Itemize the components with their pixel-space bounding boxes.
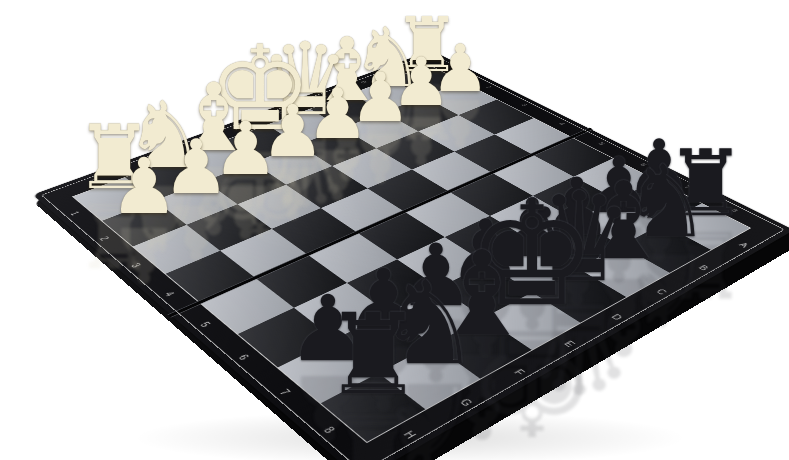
rank-label-right-5: 5 [597,141,607,146]
rank-label-right-6: 6 [638,162,648,167]
file-label-bottom-g: G [457,398,474,409]
rank-label-right-4: 4 [557,122,566,126]
file-label-bottom-e: E [562,340,577,349]
rank-label-left-4: 4 [162,291,176,298]
board-frame: HHGGFFEEDDCCBBAA1122334455667788 [33,51,789,460]
file-label-top-g: G [137,160,149,166]
file-label-bottom-d: D [609,313,624,322]
rank-label-right-7: 7 [683,184,693,189]
file-label-top-a: A [398,66,407,70]
file-label-top-c: C [318,95,328,99]
file-label-top-f: F [186,143,197,148]
rank-label-right-1: 1 [450,68,459,72]
file-label-bottom-h: H [401,430,418,441]
file-label-top-h: H [87,178,99,184]
photo-background: { "game": "chess", "scene": "Angled prod… [0,0,789,460]
file-label-top-d: D [276,110,286,115]
rank-label-right-3: 3 [520,103,529,107]
rank-label-left-1: 1 [68,211,81,217]
rank-label-left-8: 8 [321,426,336,436]
chess-scene: HHGGFFEEDDCCBBAA1122334455667788 [0,0,789,460]
rank-label-left-2: 2 [97,236,110,242]
rank-label-left-7: 7 [277,388,292,397]
rank-label-left-5: 5 [197,321,211,329]
file-label-top-e: E [232,126,243,131]
rank-label-right-8: 8 [730,208,740,213]
file-label-top-b: B [359,80,369,84]
file-label-bottom-c: C [654,288,668,296]
rank-label-right-2: 2 [484,85,493,89]
folding-chess-board: HHGGFFEEDDCCBBAA1122334455667788 [33,51,789,460]
file-label-bottom-a: A [737,242,750,249]
rank-label-left-3: 3 [128,262,141,269]
file-label-bottom-b: B [696,264,709,271]
rank-label-left-6: 6 [236,353,251,361]
board-squares-grid [73,65,749,442]
file-label-bottom-f: F [511,368,526,377]
